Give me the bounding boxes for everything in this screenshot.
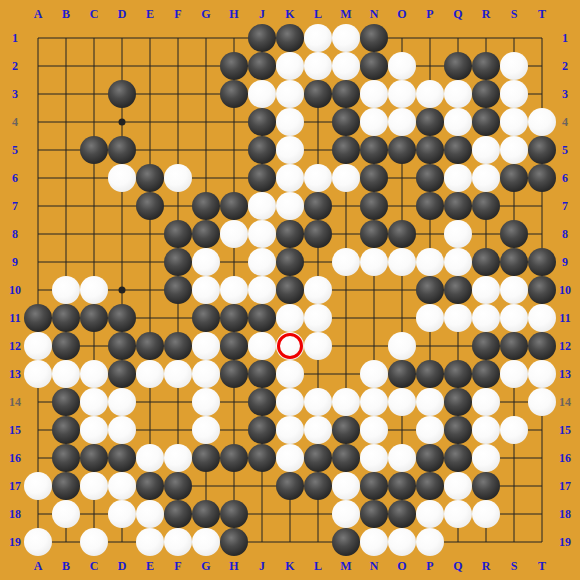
white-stone-K5 bbox=[276, 136, 304, 164]
white-stone-P15 bbox=[416, 416, 444, 444]
black-stone-M5 bbox=[332, 136, 360, 164]
black-stone-H16 bbox=[220, 444, 248, 472]
black-stone-E6 bbox=[136, 164, 164, 192]
column-label-top: R bbox=[482, 7, 491, 22]
white-stone-Q17 bbox=[444, 472, 472, 500]
white-stone-P19 bbox=[416, 528, 444, 556]
star-point bbox=[119, 119, 126, 126]
white-stone-L6 bbox=[304, 164, 332, 192]
white-stone-E16 bbox=[136, 444, 164, 472]
row-label-right: 1 bbox=[562, 31, 568, 46]
white-stone-N4 bbox=[360, 108, 388, 136]
row-label-left: 4 bbox=[12, 115, 18, 130]
black-stone-Q16 bbox=[444, 444, 472, 472]
row-label-left: 7 bbox=[12, 199, 18, 214]
white-stone-R5 bbox=[472, 136, 500, 164]
white-stone-R18 bbox=[472, 500, 500, 528]
black-stone-R17 bbox=[472, 472, 500, 500]
row-label-left: 2 bbox=[12, 59, 18, 74]
black-stone-O13 bbox=[388, 360, 416, 388]
black-stone-O5 bbox=[388, 136, 416, 164]
white-stone-J10 bbox=[248, 276, 276, 304]
row-label-left: 6 bbox=[12, 171, 18, 186]
white-stone-Q8 bbox=[444, 220, 472, 248]
white-stone-K16 bbox=[276, 444, 304, 472]
white-stone-S10 bbox=[500, 276, 528, 304]
black-stone-E12 bbox=[136, 332, 164, 360]
white-stone-O2 bbox=[388, 52, 416, 80]
white-stone-A19 bbox=[24, 528, 52, 556]
black-stone-J2 bbox=[248, 52, 276, 80]
white-stone-G9 bbox=[192, 248, 220, 276]
white-stone-D14 bbox=[108, 388, 136, 416]
white-stone-H10 bbox=[220, 276, 248, 304]
black-stone-T12 bbox=[528, 332, 556, 360]
black-stone-R7 bbox=[472, 192, 500, 220]
column-label-bottom: G bbox=[201, 559, 210, 574]
column-label-bottom: A bbox=[34, 559, 43, 574]
row-label-left: 11 bbox=[9, 311, 20, 326]
black-stone-F18 bbox=[164, 500, 192, 528]
column-label-bottom: L bbox=[314, 559, 322, 574]
white-stone-D18 bbox=[108, 500, 136, 528]
white-stone-N15 bbox=[360, 416, 388, 444]
black-stone-D13 bbox=[108, 360, 136, 388]
white-stone-P18 bbox=[416, 500, 444, 528]
black-stone-K9 bbox=[276, 248, 304, 276]
black-stone-O18 bbox=[388, 500, 416, 528]
row-label-right: 2 bbox=[562, 59, 568, 74]
black-stone-M19 bbox=[332, 528, 360, 556]
black-stone-F12 bbox=[164, 332, 192, 360]
white-stone-S13 bbox=[500, 360, 528, 388]
black-stone-M15 bbox=[332, 416, 360, 444]
white-stone-K15 bbox=[276, 416, 304, 444]
white-stone-O9 bbox=[388, 248, 416, 276]
row-label-left: 14 bbox=[9, 395, 21, 410]
black-stone-H19 bbox=[220, 528, 248, 556]
black-stone-D3 bbox=[108, 80, 136, 108]
row-label-right: 6 bbox=[562, 171, 568, 186]
black-stone-P7 bbox=[416, 192, 444, 220]
column-label-bottom: H bbox=[229, 559, 238, 574]
white-stone-C17 bbox=[80, 472, 108, 500]
row-label-right: 8 bbox=[562, 227, 568, 242]
white-stone-M1 bbox=[332, 24, 360, 52]
column-label-bottom: N bbox=[370, 559, 379, 574]
row-label-right: 19 bbox=[559, 535, 571, 550]
column-label-top: N bbox=[370, 7, 379, 22]
white-stone-K11 bbox=[276, 304, 304, 332]
white-stone-G12 bbox=[192, 332, 220, 360]
column-label-top: M bbox=[340, 7, 351, 22]
column-label-bottom: E bbox=[146, 559, 154, 574]
white-stone-E13 bbox=[136, 360, 164, 388]
black-stone-N8 bbox=[360, 220, 388, 248]
black-stone-N17 bbox=[360, 472, 388, 500]
column-label-bottom: M bbox=[340, 559, 351, 574]
white-stone-N3 bbox=[360, 80, 388, 108]
black-stone-S6 bbox=[500, 164, 528, 192]
row-label-right: 7 bbox=[562, 199, 568, 214]
white-stone-R14 bbox=[472, 388, 500, 416]
white-stone-R15 bbox=[472, 416, 500, 444]
white-stone-O19 bbox=[388, 528, 416, 556]
white-stone-R10 bbox=[472, 276, 500, 304]
column-label-top: S bbox=[511, 7, 518, 22]
white-stone-G10 bbox=[192, 276, 220, 304]
row-label-left: 9 bbox=[12, 255, 18, 270]
white-stone-S2 bbox=[500, 52, 528, 80]
white-stone-K3 bbox=[276, 80, 304, 108]
white-stone-H8 bbox=[220, 220, 248, 248]
white-stone-E19 bbox=[136, 528, 164, 556]
white-stone-N13 bbox=[360, 360, 388, 388]
black-stone-J13 bbox=[248, 360, 276, 388]
white-stone-S5 bbox=[500, 136, 528, 164]
black-stone-Q13 bbox=[444, 360, 472, 388]
black-stone-J14 bbox=[248, 388, 276, 416]
white-stone-P11 bbox=[416, 304, 444, 332]
white-stone-M9 bbox=[332, 248, 360, 276]
black-stone-E17 bbox=[136, 472, 164, 500]
white-stone-G14 bbox=[192, 388, 220, 416]
black-stone-H12 bbox=[220, 332, 248, 360]
black-stone-B17 bbox=[52, 472, 80, 500]
white-stone-L10 bbox=[304, 276, 332, 304]
black-stone-F8 bbox=[164, 220, 192, 248]
white-stone-S15 bbox=[500, 416, 528, 444]
black-stone-L16 bbox=[304, 444, 332, 472]
black-stone-L8 bbox=[304, 220, 332, 248]
column-label-top: O bbox=[397, 7, 406, 22]
black-stone-F10 bbox=[164, 276, 192, 304]
white-stone-Q9 bbox=[444, 248, 472, 276]
column-label-bottom: S bbox=[511, 559, 518, 574]
row-label-left: 15 bbox=[9, 423, 21, 438]
black-stone-N5 bbox=[360, 136, 388, 164]
column-label-top: A bbox=[34, 7, 43, 22]
white-stone-F19 bbox=[164, 528, 192, 556]
row-label-left: 16 bbox=[9, 451, 21, 466]
star-point bbox=[119, 287, 126, 294]
white-stone-O12 bbox=[388, 332, 416, 360]
black-stone-N18 bbox=[360, 500, 388, 528]
white-stone-T14 bbox=[528, 388, 556, 416]
black-stone-Q10 bbox=[444, 276, 472, 304]
black-stone-D16 bbox=[108, 444, 136, 472]
black-stone-L3 bbox=[304, 80, 332, 108]
black-stone-B14 bbox=[52, 388, 80, 416]
white-stone-S4 bbox=[500, 108, 528, 136]
white-stone-M6 bbox=[332, 164, 360, 192]
go-board[interactable]: AABBCCDDEEFFGGHHJJKKLLMMNNOOPPQQRRSSTT11… bbox=[0, 0, 580, 580]
black-stone-J6 bbox=[248, 164, 276, 192]
white-stone-C14 bbox=[80, 388, 108, 416]
column-label-top: C bbox=[90, 7, 99, 22]
black-stone-K10 bbox=[276, 276, 304, 304]
white-stone-G13 bbox=[192, 360, 220, 388]
black-stone-K17 bbox=[276, 472, 304, 500]
black-stone-J11 bbox=[248, 304, 276, 332]
black-stone-P10 bbox=[416, 276, 444, 304]
row-label-right: 3 bbox=[562, 87, 568, 102]
black-stone-C11 bbox=[80, 304, 108, 332]
black-stone-H2 bbox=[220, 52, 248, 80]
black-stone-R3 bbox=[472, 80, 500, 108]
white-stone-T13 bbox=[528, 360, 556, 388]
row-label-right: 10 bbox=[559, 283, 571, 298]
column-label-bottom: D bbox=[118, 559, 127, 574]
column-label-bottom: R bbox=[482, 559, 491, 574]
black-stone-G8 bbox=[192, 220, 220, 248]
black-stone-B16 bbox=[52, 444, 80, 472]
white-stone-B13 bbox=[52, 360, 80, 388]
black-stone-R4 bbox=[472, 108, 500, 136]
black-stone-N1 bbox=[360, 24, 388, 52]
white-stone-N9 bbox=[360, 248, 388, 276]
white-stone-P14 bbox=[416, 388, 444, 416]
white-stone-S3 bbox=[500, 80, 528, 108]
white-stone-K13 bbox=[276, 360, 304, 388]
black-stone-E7 bbox=[136, 192, 164, 220]
column-label-top: J bbox=[259, 7, 265, 22]
black-stone-T9 bbox=[528, 248, 556, 276]
black-stone-P5 bbox=[416, 136, 444, 164]
white-stone-F6 bbox=[164, 164, 192, 192]
white-stone-K4 bbox=[276, 108, 304, 136]
white-stone-C19 bbox=[80, 528, 108, 556]
row-label-left: 19 bbox=[9, 535, 21, 550]
black-stone-R9 bbox=[472, 248, 500, 276]
row-label-left: 13 bbox=[9, 367, 21, 382]
black-stone-P6 bbox=[416, 164, 444, 192]
white-stone-A17 bbox=[24, 472, 52, 500]
black-stone-D11 bbox=[108, 304, 136, 332]
black-stone-A11 bbox=[24, 304, 52, 332]
black-stone-K8 bbox=[276, 220, 304, 248]
white-stone-Q6 bbox=[444, 164, 472, 192]
black-stone-D5 bbox=[108, 136, 136, 164]
black-stone-Q15 bbox=[444, 416, 472, 444]
black-stone-S8 bbox=[500, 220, 528, 248]
column-label-top: Q bbox=[453, 7, 462, 22]
column-label-top: D bbox=[118, 7, 127, 22]
white-stone-C13 bbox=[80, 360, 108, 388]
white-stone-A12 bbox=[24, 332, 52, 360]
black-stone-B15 bbox=[52, 416, 80, 444]
white-stone-K7 bbox=[276, 192, 304, 220]
column-label-top: B bbox=[62, 7, 70, 22]
black-stone-M3 bbox=[332, 80, 360, 108]
white-stone-K14 bbox=[276, 388, 304, 416]
white-stone-D6 bbox=[108, 164, 136, 192]
row-label-left: 10 bbox=[9, 283, 21, 298]
white-stone-Q4 bbox=[444, 108, 472, 136]
white-stone-L15 bbox=[304, 416, 332, 444]
black-stone-P13 bbox=[416, 360, 444, 388]
black-stone-N6 bbox=[360, 164, 388, 192]
white-stone-N16 bbox=[360, 444, 388, 472]
black-stone-R12 bbox=[472, 332, 500, 360]
white-stone-R6 bbox=[472, 164, 500, 192]
black-stone-Q14 bbox=[444, 388, 472, 416]
white-stone-L11 bbox=[304, 304, 332, 332]
black-stone-J5 bbox=[248, 136, 276, 164]
black-stone-H13 bbox=[220, 360, 248, 388]
white-stone-L1 bbox=[304, 24, 332, 52]
black-stone-H7 bbox=[220, 192, 248, 220]
row-label-right: 18 bbox=[559, 507, 571, 522]
white-stone-P9 bbox=[416, 248, 444, 276]
black-stone-O8 bbox=[388, 220, 416, 248]
black-stone-G11 bbox=[192, 304, 220, 332]
row-label-left: 18 bbox=[9, 507, 21, 522]
black-stone-L7 bbox=[304, 192, 332, 220]
black-stone-P4 bbox=[416, 108, 444, 136]
white-stone-F16 bbox=[164, 444, 192, 472]
column-label-top: F bbox=[174, 7, 181, 22]
row-label-left: 12 bbox=[9, 339, 21, 354]
black-stone-O17 bbox=[388, 472, 416, 500]
white-stone-J8 bbox=[248, 220, 276, 248]
white-stone-N19 bbox=[360, 528, 388, 556]
black-stone-H18 bbox=[220, 500, 248, 528]
white-stone-Q11 bbox=[444, 304, 472, 332]
white-stone-C15 bbox=[80, 416, 108, 444]
white-stone-L2 bbox=[304, 52, 332, 80]
black-stone-G7 bbox=[192, 192, 220, 220]
row-label-right: 4 bbox=[562, 115, 568, 130]
black-stone-C5 bbox=[80, 136, 108, 164]
white-stone-N14 bbox=[360, 388, 388, 416]
column-label-top: K bbox=[285, 7, 294, 22]
row-label-right: 16 bbox=[559, 451, 571, 466]
white-stone-K6 bbox=[276, 164, 304, 192]
white-stone-F13 bbox=[164, 360, 192, 388]
black-stone-C16 bbox=[80, 444, 108, 472]
black-stone-J1 bbox=[248, 24, 276, 52]
row-label-right: 15 bbox=[559, 423, 571, 438]
black-stone-J16 bbox=[248, 444, 276, 472]
black-stone-L17 bbox=[304, 472, 332, 500]
column-label-top: P bbox=[426, 7, 433, 22]
white-stone-M17 bbox=[332, 472, 360, 500]
column-label-bottom: F bbox=[174, 559, 181, 574]
column-label-top: G bbox=[201, 7, 210, 22]
white-stone-P3 bbox=[416, 80, 444, 108]
row-label-right: 9 bbox=[562, 255, 568, 270]
white-stone-C10 bbox=[80, 276, 108, 304]
column-label-top: L bbox=[314, 7, 322, 22]
white-stone-J9 bbox=[248, 248, 276, 276]
row-label-left: 5 bbox=[12, 143, 18, 158]
white-stone-O16 bbox=[388, 444, 416, 472]
black-stone-J4 bbox=[248, 108, 276, 136]
row-label-right: 17 bbox=[559, 479, 571, 494]
black-stone-M16 bbox=[332, 444, 360, 472]
column-label-bottom: J bbox=[259, 559, 265, 574]
row-label-left: 3 bbox=[12, 87, 18, 102]
black-stone-G18 bbox=[192, 500, 220, 528]
column-label-bottom: P bbox=[426, 559, 433, 574]
white-stone-L12 bbox=[304, 332, 332, 360]
black-stone-K1 bbox=[276, 24, 304, 52]
black-stone-B12 bbox=[52, 332, 80, 360]
white-stone-O4 bbox=[388, 108, 416, 136]
row-label-left: 17 bbox=[9, 479, 21, 494]
white-stone-L14 bbox=[304, 388, 332, 416]
white-stone-O3 bbox=[388, 80, 416, 108]
black-stone-Q5 bbox=[444, 136, 472, 164]
black-stone-S12 bbox=[500, 332, 528, 360]
column-label-bottom: Q bbox=[453, 559, 462, 574]
black-stone-N7 bbox=[360, 192, 388, 220]
column-label-top: T bbox=[538, 7, 546, 22]
black-stone-N2 bbox=[360, 52, 388, 80]
row-label-right: 11 bbox=[559, 311, 570, 326]
white-stone-D15 bbox=[108, 416, 136, 444]
white-stone-A13 bbox=[24, 360, 52, 388]
white-stone-M2 bbox=[332, 52, 360, 80]
white-stone-G15 bbox=[192, 416, 220, 444]
black-stone-D12 bbox=[108, 332, 136, 360]
black-stone-R13 bbox=[472, 360, 500, 388]
black-stone-F17 bbox=[164, 472, 192, 500]
white-stone-R16 bbox=[472, 444, 500, 472]
black-stone-P17 bbox=[416, 472, 444, 500]
white-stone-S11 bbox=[500, 304, 528, 332]
black-stone-H11 bbox=[220, 304, 248, 332]
white-stone-J3 bbox=[248, 80, 276, 108]
white-stone-J12 bbox=[248, 332, 276, 360]
white-stone-O14 bbox=[388, 388, 416, 416]
black-stone-Q2 bbox=[444, 52, 472, 80]
black-stone-T10 bbox=[528, 276, 556, 304]
white-stone-R11 bbox=[472, 304, 500, 332]
row-label-left: 8 bbox=[12, 227, 18, 242]
column-label-bottom: T bbox=[538, 559, 546, 574]
white-stone-T11 bbox=[528, 304, 556, 332]
white-stone-Q3 bbox=[444, 80, 472, 108]
column-label-top: E bbox=[146, 7, 154, 22]
black-stone-J15 bbox=[248, 416, 276, 444]
black-stone-H3 bbox=[220, 80, 248, 108]
black-stone-P16 bbox=[416, 444, 444, 472]
column-label-bottom: C bbox=[90, 559, 99, 574]
column-label-bottom: K bbox=[285, 559, 294, 574]
white-stone-G19 bbox=[192, 528, 220, 556]
white-stone-T4 bbox=[528, 108, 556, 136]
white-stone-M18 bbox=[332, 500, 360, 528]
black-stone-G16 bbox=[192, 444, 220, 472]
black-stone-R2 bbox=[472, 52, 500, 80]
black-stone-Q7 bbox=[444, 192, 472, 220]
row-label-right: 5 bbox=[562, 143, 568, 158]
column-label-top: H bbox=[229, 7, 238, 22]
white-stone-K2 bbox=[276, 52, 304, 80]
black-stone-B11 bbox=[52, 304, 80, 332]
row-label-left: 1 bbox=[12, 31, 18, 46]
black-stone-S9 bbox=[500, 248, 528, 276]
white-stone-D17 bbox=[108, 472, 136, 500]
black-stone-T5 bbox=[528, 136, 556, 164]
row-label-right: 13 bbox=[559, 367, 571, 382]
column-label-bottom: O bbox=[397, 559, 406, 574]
column-label-bottom: B bbox=[62, 559, 70, 574]
row-label-right: 14 bbox=[559, 395, 571, 410]
white-stone-Q18 bbox=[444, 500, 472, 528]
